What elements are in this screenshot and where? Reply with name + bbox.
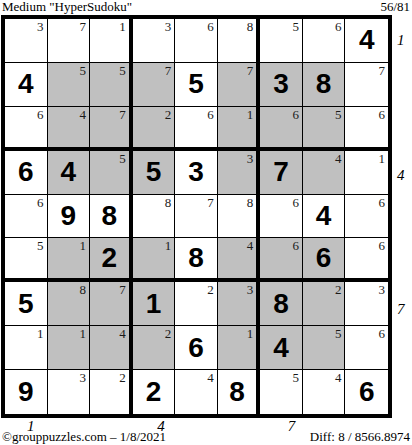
cell-r2c1[interactable]: 4 xyxy=(5,63,48,107)
solved-digit: 4 xyxy=(359,26,375,54)
cell-r2c2[interactable]: 5 xyxy=(48,63,91,107)
cell-r5c3[interactable]: 8 xyxy=(90,195,133,239)
solved-digit: 8 xyxy=(102,202,118,230)
cell-r4c8[interactable]: 4 xyxy=(303,151,346,195)
corner-hint-digit: 1 xyxy=(247,108,254,121)
corner-hint-digit: 5 xyxy=(119,152,126,165)
cell-r3c7[interactable]: 6 xyxy=(260,107,303,151)
copyright-text: ©grouppuzzles.com – 1/8/2021 xyxy=(2,430,166,444)
corner-hint-digit: 1 xyxy=(119,20,126,33)
solved-digit: 4 xyxy=(18,70,34,98)
solved-digit: 8 xyxy=(273,290,289,318)
solved-digit: 9 xyxy=(18,378,34,406)
solved-digit: 6 xyxy=(359,378,375,406)
cell-r5c8[interactable]: 4 xyxy=(303,195,346,239)
corner-hint-digit: 2 xyxy=(165,108,172,121)
solved-digit: 6 xyxy=(316,244,332,272)
cell-r7c5[interactable]: 2 xyxy=(175,282,218,326)
cell-r8c9[interactable]: 6 xyxy=(345,326,388,370)
cell-r5c6[interactable]: 8 xyxy=(218,195,261,239)
corner-hint-digit: 4 xyxy=(335,152,342,165)
cell-r8c3[interactable]: 4 xyxy=(90,326,133,370)
corner-hint-digit: 6 xyxy=(379,196,386,209)
corner-hint-digit: 1 xyxy=(80,327,87,340)
corner-hint-digit: 8 xyxy=(165,196,172,209)
corner-hint-digit: 2 xyxy=(165,327,172,340)
cell-r2c6[interactable]: 7 xyxy=(218,63,261,107)
difficulty-text: Diff: 8 / 8566.8974 xyxy=(310,430,410,444)
corner-hint-digit: 7 xyxy=(207,196,214,209)
corner-hint-digit: 3 xyxy=(80,371,87,384)
cell-r5c5[interactable]: 7 xyxy=(175,195,218,239)
corner-hint-digit: 7 xyxy=(119,108,126,121)
corner-hint-digit: 6 xyxy=(379,239,386,252)
cell-r1c5[interactable]: 6 xyxy=(175,19,218,63)
cell-r7c6[interactable]: 3 xyxy=(218,282,261,326)
corner-hint-digit: 1 xyxy=(80,239,87,252)
corner-hint-digit: 7 xyxy=(247,64,254,77)
solved-digit: 3 xyxy=(273,70,289,98)
cell-r4c7[interactable]: 7 xyxy=(260,151,303,195)
corner-hint-digit: 4 xyxy=(80,108,87,121)
cell-r8c5[interactable]: 6 xyxy=(175,326,218,370)
corner-hint-digit: 7 xyxy=(379,64,386,77)
corner-hint-digit: 2 xyxy=(335,283,342,296)
cell-r9c7[interactable]: 5 xyxy=(260,370,303,414)
corner-hint-digit: 6 xyxy=(207,20,214,33)
corner-hint-digit: 3 xyxy=(247,152,254,165)
cell-r9c6[interactable]: 8 xyxy=(218,370,261,414)
corner-hint-digit: 3 xyxy=(37,20,44,33)
corner-hint-digit: 1 xyxy=(247,327,254,340)
corner-hint-digit: 7 xyxy=(80,20,87,33)
cell-r2c3[interactable]: 5 xyxy=(90,63,133,107)
cell-r3c9[interactable]: 6 xyxy=(345,107,388,151)
corner-hint-digit: 8 xyxy=(80,283,87,296)
solved-digit: 9 xyxy=(61,202,77,230)
cell-r8c2[interactable]: 1 xyxy=(48,326,91,370)
cell-r8c8[interactable]: 5 xyxy=(303,326,346,370)
cell-r6c8[interactable]: 6 xyxy=(303,238,346,282)
cell-r7c3[interactable]: 7 xyxy=(90,282,133,326)
cell-r3c1[interactable]: 6 xyxy=(5,107,48,151)
cell-r5c4[interactable]: 8 xyxy=(133,195,176,239)
cell-r7c7[interactable]: 8 xyxy=(260,282,303,326)
corner-hint-digit: 5 xyxy=(119,64,126,77)
corner-hint-digit: 5 xyxy=(335,108,342,121)
corner-hint-digit: 3 xyxy=(379,283,386,296)
corner-hint-digit: 1 xyxy=(379,152,386,165)
row-label-7: 7 xyxy=(397,301,411,318)
solved-digit: 8 xyxy=(316,70,332,98)
progress-counter: 56/81 xyxy=(380,0,410,14)
corner-hint-digit: 8 xyxy=(247,196,254,209)
cell-r6c7[interactable]: 6 xyxy=(260,238,303,282)
footer-bar: ©grouppuzzles.com – 1/8/2021 Diff: 8 / 8… xyxy=(2,430,410,444)
cell-r4c6[interactable]: 3 xyxy=(218,151,261,195)
puzzle-title: Medium "HyperSudoku" xyxy=(2,0,132,14)
corner-hint-digit: 6 xyxy=(335,20,342,33)
puzzle-page: { "game": "hypersudoku", "header": { "ti… xyxy=(0,0,412,445)
cell-r9c3[interactable]: 2 xyxy=(90,370,133,414)
corner-hint-digit: 6 xyxy=(207,108,214,121)
cell-r1c9[interactable]: 4 xyxy=(345,19,388,63)
cell-r7c8[interactable]: 2 xyxy=(303,282,346,326)
sudoku-board: 3713685644557573876472616566455337416988… xyxy=(1,15,392,418)
cell-r5c2[interactable]: 9 xyxy=(48,195,91,239)
corner-hint-digit: 7 xyxy=(119,283,126,296)
cell-r6c6[interactable]: 4 xyxy=(218,238,261,282)
cell-r2c9[interactable]: 7 xyxy=(345,63,388,107)
cell-r3c3[interactable]: 7 xyxy=(90,107,133,151)
solved-digit: 4 xyxy=(61,158,77,186)
corner-hint-digit: 5 xyxy=(292,371,299,384)
cell-r4c4[interactable]: 5 xyxy=(133,151,176,195)
solved-digit: 6 xyxy=(18,158,34,186)
cell-r8c7[interactable]: 4 xyxy=(260,326,303,370)
cell-r9c9[interactable]: 6 xyxy=(345,370,388,414)
cell-r8c6[interactable]: 1 xyxy=(218,326,261,370)
corner-hint-digit: 6 xyxy=(292,108,299,121)
solved-digit: 1 xyxy=(146,290,162,318)
solved-digit: 5 xyxy=(188,70,204,98)
cell-r1c8[interactable]: 6 xyxy=(303,19,346,63)
solved-digit: 2 xyxy=(102,244,118,272)
cell-r1c6[interactable]: 8 xyxy=(218,19,261,63)
cell-r8c1[interactable]: 1 xyxy=(5,326,48,370)
cell-r5c1[interactable]: 6 xyxy=(5,195,48,239)
solved-digit: 4 xyxy=(273,334,289,362)
cell-r6c2[interactable]: 1 xyxy=(48,238,91,282)
corner-hint-digit: 3 xyxy=(165,20,172,33)
corner-hint-digit: 6 xyxy=(37,108,44,121)
corner-hint-digit: 5 xyxy=(37,239,44,252)
corner-hint-digit: 6 xyxy=(37,196,44,209)
cell-r9c4[interactable]: 2 xyxy=(133,370,176,414)
corner-hint-digit: 7 xyxy=(165,64,172,77)
solved-digit: 4 xyxy=(316,202,332,230)
corner-hint-digit: 5 xyxy=(80,64,87,77)
cell-r6c9[interactable]: 6 xyxy=(345,238,388,282)
corner-hint-digit: 8 xyxy=(247,20,254,33)
corner-hint-digit: 6 xyxy=(379,327,386,340)
corner-hint-digit: 4 xyxy=(247,239,254,252)
cell-r4c9[interactable]: 1 xyxy=(345,151,388,195)
solved-digit: 8 xyxy=(188,244,204,272)
cell-r9c5[interactable]: 4 xyxy=(175,370,218,414)
cell-r6c4[interactable]: 1 xyxy=(133,238,176,282)
cell-r4c2[interactable]: 4 xyxy=(48,151,91,195)
cell-r4c3[interactable]: 5 xyxy=(90,151,133,195)
corner-hint-digit: 6 xyxy=(292,239,299,252)
row-label-1: 1 xyxy=(397,32,411,49)
corner-hint-digit: 6 xyxy=(292,196,299,209)
cell-r2c7[interactable]: 3 xyxy=(260,63,303,107)
corner-hint-digit: 4 xyxy=(335,371,342,384)
cell-r3c6[interactable]: 1 xyxy=(218,107,261,151)
corner-hint-digit: 4 xyxy=(119,327,126,340)
cell-r2c8[interactable]: 8 xyxy=(303,63,346,107)
cell-r2c5[interactable]: 5 xyxy=(175,63,218,107)
cell-r1c2[interactable]: 7 xyxy=(48,19,91,63)
solved-digit: 2 xyxy=(146,378,162,406)
corner-hint-digit: 6 xyxy=(379,108,386,121)
cell-r3c8[interactable]: 5 xyxy=(303,107,346,151)
cell-r4c1[interactable]: 6 xyxy=(5,151,48,195)
solved-digit: 6 xyxy=(188,334,204,362)
cell-r6c3[interactable]: 2 xyxy=(90,238,133,282)
cell-r1c4[interactable]: 3 xyxy=(133,19,176,63)
solved-digit: 5 xyxy=(18,290,34,318)
cell-r7c4[interactable]: 1 xyxy=(133,282,176,326)
cell-r9c2[interactable]: 3 xyxy=(48,370,91,414)
cell-r4c5[interactable]: 3 xyxy=(175,151,218,195)
solved-digit: 3 xyxy=(188,158,204,186)
cell-r1c3[interactable]: 1 xyxy=(90,19,133,63)
cell-r3c2[interactable]: 4 xyxy=(48,107,91,151)
cell-r6c1[interactable]: 5 xyxy=(5,238,48,282)
corner-hint-digit: 3 xyxy=(247,283,254,296)
cell-r1c7[interactable]: 5 xyxy=(260,19,303,63)
corner-hint-digit: 4 xyxy=(207,371,214,384)
cell-r3c5[interactable]: 6 xyxy=(175,107,218,151)
cell-r8c4[interactable]: 2 xyxy=(133,326,176,370)
cell-r5c7[interactable]: 6 xyxy=(260,195,303,239)
corner-hint-digit: 2 xyxy=(207,283,214,296)
cell-r9c1[interactable]: 9 xyxy=(5,370,48,414)
cell-r7c1[interactable]: 5 xyxy=(5,282,48,326)
cell-r3c4[interactable]: 2 xyxy=(133,107,176,151)
cell-r5c9[interactable]: 6 xyxy=(345,195,388,239)
cell-r2c4[interactable]: 7 xyxy=(133,63,176,107)
corner-hint-digit: 1 xyxy=(165,239,172,252)
corner-hint-digit: 1 xyxy=(37,327,44,340)
solved-digit: 8 xyxy=(229,378,245,406)
cell-r7c9[interactable]: 3 xyxy=(345,282,388,326)
cell-r9c8[interactable]: 4 xyxy=(303,370,346,414)
cell-r7c2[interactable]: 8 xyxy=(48,282,91,326)
cell-r1c1[interactable]: 3 xyxy=(5,19,48,63)
solved-digit: 5 xyxy=(146,158,162,186)
title-bar: Medium "HyperSudoku" 56/81 xyxy=(2,0,410,14)
solved-digit: 7 xyxy=(273,158,289,186)
corner-hint-digit: 5 xyxy=(335,327,342,340)
row-label-4: 4 xyxy=(397,166,411,183)
corner-hint-digit: 2 xyxy=(119,371,126,384)
cell-r6c5[interactable]: 8 xyxy=(175,238,218,282)
corner-hint-digit: 5 xyxy=(292,20,299,33)
